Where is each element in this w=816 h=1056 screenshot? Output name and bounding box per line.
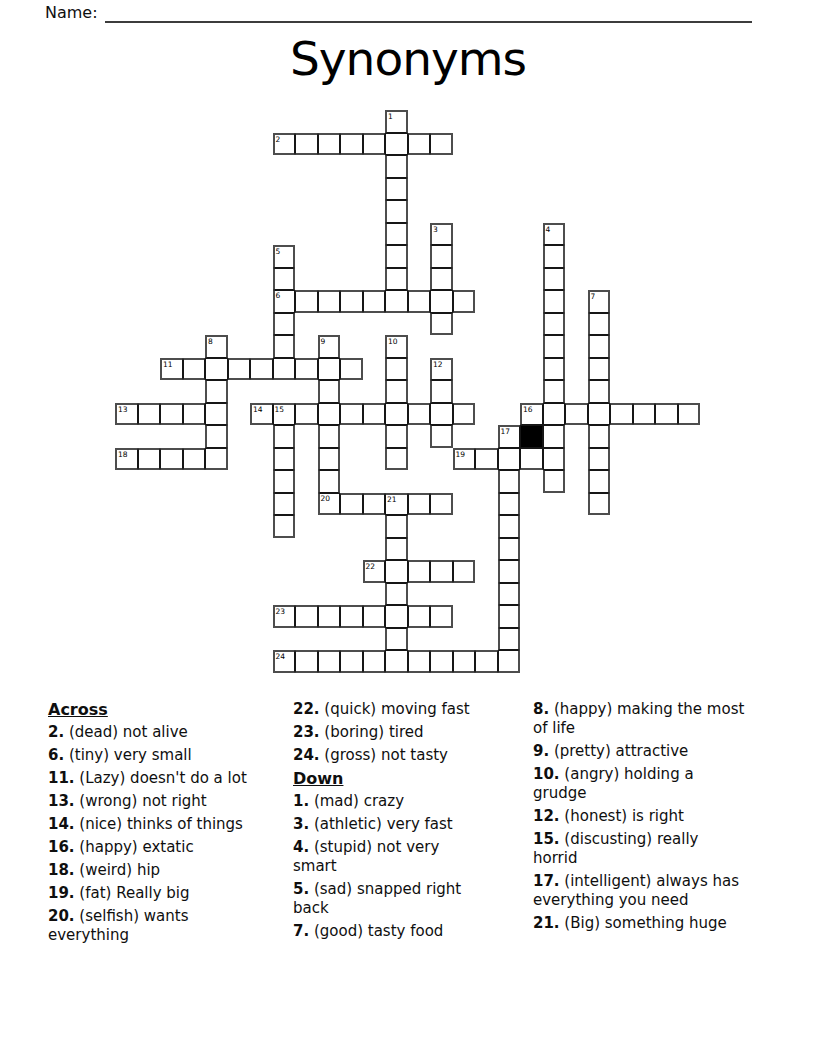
grid-cell[interactable] <box>633 403 656 426</box>
clue-number: 17 <box>501 427 511 436</box>
grid-cell[interactable]: 3 <box>430 223 453 246</box>
grid-cell[interactable] <box>588 448 611 471</box>
grid-cell[interactable] <box>183 403 206 426</box>
grid-cell[interactable] <box>160 403 183 426</box>
grid-cell[interactable] <box>295 133 318 156</box>
grid-cell[interactable]: 8 <box>205 335 228 358</box>
clue-item-16: 16. (happy) extatic <box>48 838 270 857</box>
clue-item-10: 10. (angry) holding a grudge <box>533 765 745 803</box>
clue-number: 21 <box>387 495 397 504</box>
grid-cell[interactable] <box>385 425 408 448</box>
clue-number-label: 16. <box>48 838 75 856</box>
grid-cell[interactable] <box>498 560 521 583</box>
grid-cell[interactable] <box>273 493 296 516</box>
grid-cell[interactable] <box>318 650 341 673</box>
grid-cell[interactable] <box>430 268 453 291</box>
grid-cell[interactable]: 12 <box>430 358 453 381</box>
grid-cell[interactable] <box>588 403 611 426</box>
grid-cell[interactable] <box>318 605 341 628</box>
grid-cell[interactable] <box>205 358 228 381</box>
grid-cell[interactable] <box>453 290 476 313</box>
clue-number-label: 9. <box>533 742 549 760</box>
clue-item-17: 17. (intelligent) always has everything … <box>533 872 745 910</box>
clue-number: 14 <box>253 405 263 414</box>
clue-number-label: 19. <box>48 884 75 902</box>
clue-number-label: 6. <box>48 746 64 764</box>
clue-number-label: 3. <box>293 815 309 833</box>
grid-cell[interactable]: 23 <box>273 605 296 628</box>
clue-item-9: 9. (pretty) attractive <box>533 742 745 761</box>
grid-cell[interactable] <box>318 290 341 313</box>
clue-number: 4 <box>546 225 551 234</box>
grid-cell[interactable] <box>588 380 611 403</box>
worksheet-page: Name: Synonyms 1234567891011121314151617… <box>0 0 816 1056</box>
clue-number: 16 <box>523 405 533 414</box>
grid-cell[interactable] <box>408 493 431 516</box>
clue-item-5: 5. (sad) snapped right back <box>293 880 485 918</box>
grid-cell[interactable]: 18 <box>115 448 138 471</box>
grid-cell[interactable]: 6 <box>273 290 296 313</box>
grid-cell[interactable] <box>183 358 206 381</box>
grid-cell[interactable] <box>295 605 318 628</box>
grid-cell[interactable] <box>295 403 318 426</box>
clue-number: 22 <box>366 562 376 571</box>
clue-item-4: 4. (stupid) not very smart <box>293 838 485 876</box>
clue-number: 8 <box>208 337 213 346</box>
clue-number-label: 24. <box>293 746 320 764</box>
grid-cell[interactable] <box>138 403 161 426</box>
clue-heading-down: Down <box>293 769 485 789</box>
grid-cell[interactable] <box>385 223 408 246</box>
grid-cell[interactable]: 20 <box>318 493 341 516</box>
grid-cell[interactable] <box>498 538 521 561</box>
grid-cell[interactable] <box>138 448 161 471</box>
grid-cell[interactable] <box>295 358 318 381</box>
grid-cell[interactable] <box>273 448 296 471</box>
clue-number: 24 <box>276 652 286 661</box>
name-blank-line[interactable] <box>105 4 752 23</box>
grid-cell[interactable]: 4 <box>543 223 566 246</box>
grid-cell[interactable] <box>318 403 341 426</box>
grid-cell[interactable] <box>408 650 431 673</box>
grid-cell[interactable] <box>318 425 341 448</box>
grid-cell[interactable] <box>475 650 498 673</box>
clue-item-19: 19. (fat) Really big <box>48 884 270 903</box>
clue-item-1: 1. (mad) crazy <box>293 792 485 811</box>
grid-cell[interactable] <box>273 335 296 358</box>
clue-item-8: 8. (happy) making the most of life <box>533 700 745 738</box>
grid-cell[interactable] <box>543 403 566 426</box>
grid-cell[interactable] <box>340 290 363 313</box>
grid-cell[interactable] <box>565 403 588 426</box>
clue-number-label: 17. <box>533 872 560 890</box>
clue-number: 11 <box>163 360 173 369</box>
grid-cell[interactable] <box>430 493 453 516</box>
grid-cell[interactable] <box>430 133 453 156</box>
black-cell <box>520 425 543 448</box>
clue-number: 10 <box>388 337 398 346</box>
grid-cell[interactable] <box>610 403 633 426</box>
clue-number: 5 <box>276 247 281 256</box>
grid-cell[interactable] <box>430 650 453 673</box>
grid-cell[interactable]: 1 <box>385 110 408 133</box>
grid-cell[interactable] <box>340 650 363 673</box>
grid-cell[interactable] <box>430 245 453 268</box>
grid-cell[interactable] <box>498 493 521 516</box>
clue-item-13: 13. (wrong) not right <box>48 792 270 811</box>
clue-item-11: 11. (Lazy) doesn't do a lot <box>48 769 270 788</box>
grid-cell[interactable] <box>363 290 386 313</box>
clue-item-15: 15. (discusting) really horrid <box>533 830 745 868</box>
clue-number-label: 18. <box>48 861 75 879</box>
grid-cell[interactable] <box>385 515 408 538</box>
grid-cell[interactable] <box>543 335 566 358</box>
grid-cell[interactable] <box>588 493 611 516</box>
grid-cell[interactable] <box>363 493 386 516</box>
grid-cell[interactable]: 22 <box>363 560 386 583</box>
grid-cell[interactable] <box>385 538 408 561</box>
grid-cell[interactable] <box>430 380 453 403</box>
grid-cell[interactable] <box>295 650 318 673</box>
clue-number: 6 <box>276 291 281 300</box>
clue-item-3: 3. (athletic) very fast <box>293 815 485 834</box>
clue-number-label: 1. <box>293 792 309 810</box>
grid-cell[interactable] <box>385 245 408 268</box>
grid-cell[interactable] <box>385 178 408 201</box>
grid-cell[interactable] <box>655 403 678 426</box>
clue-number-label: 15. <box>533 830 560 848</box>
grid-cell[interactable] <box>588 335 611 358</box>
grid-cell[interactable]: 14 <box>250 403 273 426</box>
grid-cell[interactable] <box>453 650 476 673</box>
grid-cell[interactable] <box>385 560 408 583</box>
grid-cell[interactable] <box>385 583 408 606</box>
grid-cell[interactable]: 10 <box>385 335 408 358</box>
clue-item-14: 14. (nice) thinks of things <box>48 815 270 834</box>
grid-cell[interactable]: 11 <box>160 358 183 381</box>
grid-cell[interactable] <box>543 425 566 448</box>
clue-number: 9 <box>321 337 326 346</box>
crossword-grid[interactable]: 123456789101112131415161718192021222324 <box>115 110 700 673</box>
clue-number: 3 <box>433 225 438 234</box>
clue-number-label: 14. <box>48 815 75 833</box>
clue-item-7: 7. (good) tasty food <box>293 922 485 941</box>
grid-cell[interactable]: 15 <box>273 403 296 426</box>
grid-cell[interactable] <box>385 403 408 426</box>
grid-cell[interactable] <box>498 448 521 471</box>
grid-cell[interactable]: 7 <box>588 290 611 313</box>
grid-cell[interactable]: 19 <box>453 448 476 471</box>
clue-number-label: 4. <box>293 838 309 856</box>
grid-cell[interactable] <box>543 245 566 268</box>
clue-item-18: 18. (weird) hip <box>48 861 270 880</box>
grid-cell[interactable]: 9 <box>318 335 341 358</box>
grid-cell[interactable] <box>205 425 228 448</box>
clue-number: 2 <box>276 135 281 144</box>
grid-cell[interactable] <box>678 403 701 426</box>
grid-cell[interactable] <box>408 290 431 313</box>
grid-cell[interactable] <box>543 470 566 493</box>
grid-cell[interactable] <box>385 290 408 313</box>
clue-heading-across: Across <box>48 700 270 720</box>
grid-cell[interactable] <box>543 290 566 313</box>
clue-number: 7 <box>591 292 596 301</box>
grid-cell[interactable] <box>498 470 521 493</box>
grid-cell[interactable]: 5 <box>273 245 296 268</box>
clue-number: 1 <box>388 112 393 121</box>
clue-item-24: 24. (gross) not tasty <box>293 746 485 765</box>
clue-item-21: 21. (Big) something huge <box>533 914 745 933</box>
grid-cell[interactable] <box>363 650 386 673</box>
grid-cell[interactable] <box>228 358 251 381</box>
page-title: Synonyms <box>0 31 816 87</box>
grid-cell[interactable] <box>543 313 566 336</box>
grid-cell[interactable] <box>588 313 611 336</box>
grid-cell[interactable] <box>318 380 341 403</box>
name-row: Name: <box>45 3 752 23</box>
grid-cell[interactable] <box>430 313 453 336</box>
clue-number-label: 12. <box>533 807 560 825</box>
grid-cell[interactable] <box>160 448 183 471</box>
grid-cell[interactable] <box>205 448 228 471</box>
grid-cell[interactable] <box>385 200 408 223</box>
grid-cell[interactable] <box>273 268 296 291</box>
grid-cell[interactable] <box>408 605 431 628</box>
clue-item-20: 20. (selfish) wants everything <box>48 907 270 945</box>
grid-cell[interactable] <box>385 605 408 628</box>
grid-cell[interactable] <box>430 560 453 583</box>
grid-cell[interactable] <box>363 605 386 628</box>
grid-cell[interactable] <box>385 650 408 673</box>
grid-cell[interactable] <box>430 425 453 448</box>
clue-column-3: 8. (happy) making the most of life9. (pr… <box>533 700 745 937</box>
grid-cell[interactable] <box>340 358 363 381</box>
clue-item-12: 12. (honest) is right <box>533 807 745 826</box>
grid-cell[interactable] <box>295 290 318 313</box>
grid-cell[interactable] <box>385 628 408 651</box>
grid-cell[interactable] <box>498 628 521 651</box>
grid-cell[interactable] <box>498 650 521 673</box>
grid-cell[interactable] <box>318 358 341 381</box>
grid-cell[interactable] <box>273 313 296 336</box>
clue-number-label: 13. <box>48 792 75 810</box>
clue-number-label: 10. <box>533 765 560 783</box>
clue-item-6: 6. (tiny) very small <box>48 746 270 765</box>
grid-cell[interactable]: 2 <box>273 133 296 156</box>
grid-cell[interactable] <box>430 403 453 426</box>
clue-number: 19 <box>456 450 466 459</box>
grid-cell[interactable] <box>543 380 566 403</box>
grid-cell[interactable] <box>520 448 543 471</box>
clue-number: 15 <box>275 405 285 414</box>
clue-column-2: 22. (quick) moving fast23. (boring) tire… <box>293 700 485 945</box>
clue-number-label: 2. <box>48 723 64 741</box>
clue-item-23: 23. (boring) tired <box>293 723 485 742</box>
grid-cell[interactable] <box>543 358 566 381</box>
grid-cell[interactable] <box>430 605 453 628</box>
clue-number-label: 20. <box>48 907 75 925</box>
grid-cell[interactable] <box>453 560 476 583</box>
clue-number: 12 <box>433 360 443 369</box>
grid-cell[interactable] <box>318 470 341 493</box>
grid-cell[interactable] <box>453 403 476 426</box>
grid-cell[interactable] <box>408 560 431 583</box>
grid-cell[interactable] <box>340 493 363 516</box>
grid-cell[interactable] <box>498 605 521 628</box>
grid-cell[interactable] <box>475 448 498 471</box>
grid-cell[interactable]: 24 <box>273 650 296 673</box>
clue-number-label: 8. <box>533 700 549 718</box>
clue-item-2: 2. (dead) not alive <box>48 723 270 742</box>
grid-cell[interactable] <box>385 358 408 381</box>
grid-cell[interactable] <box>408 403 431 426</box>
clue-number: 13 <box>118 405 128 414</box>
clue-number-label: 11. <box>48 769 75 787</box>
name-label: Name: <box>45 3 98 23</box>
grid-cell[interactable] <box>340 605 363 628</box>
clue-number-label: 23. <box>293 723 320 741</box>
grid-cell[interactable] <box>543 268 566 291</box>
grid-cell[interactable] <box>588 470 611 493</box>
grid-cell[interactable] <box>588 425 611 448</box>
grid-cell[interactable] <box>205 403 228 426</box>
grid-cell[interactable]: 21 <box>385 493 408 516</box>
grid-cell[interactable] <box>318 133 341 156</box>
grid-cell[interactable] <box>385 133 408 156</box>
clue-item-22: 22. (quick) moving fast <box>293 700 485 719</box>
grid-cell[interactable] <box>340 403 363 426</box>
grid-cell[interactable]: 17 <box>498 425 521 448</box>
grid-cell[interactable] <box>183 448 206 471</box>
grid-cell[interactable] <box>385 380 408 403</box>
grid-cell[interactable] <box>273 470 296 493</box>
grid-cell[interactable] <box>385 448 408 471</box>
grid-cell[interactable]: 16 <box>520 403 543 426</box>
clue-number: 18 <box>118 450 128 459</box>
grid-cell[interactable] <box>498 515 521 538</box>
clue-column-1: Across2. (dead) not alive6. (tiny) very … <box>48 700 270 949</box>
grid-cell[interactable] <box>363 133 386 156</box>
grid-cell[interactable] <box>363 403 386 426</box>
grid-cell[interactable] <box>543 448 566 471</box>
grid-cell[interactable] <box>385 155 408 178</box>
clue-number: 20 <box>321 494 331 503</box>
clue-number-label: 22. <box>293 700 320 718</box>
grid-cell[interactable] <box>498 583 521 606</box>
clue-number-label: 5. <box>293 880 309 898</box>
grid-cell[interactable] <box>385 268 408 291</box>
grid-cell[interactable] <box>205 380 228 403</box>
grid-cell[interactable] <box>318 448 341 471</box>
clue-number-label: 21. <box>533 914 560 932</box>
grid-cell[interactable] <box>588 358 611 381</box>
grid-cell[interactable] <box>340 133 363 156</box>
grid-cell[interactable] <box>273 358 296 381</box>
grid-cell[interactable] <box>273 425 296 448</box>
clue-number-label: 7. <box>293 922 309 940</box>
grid-cell[interactable] <box>250 358 273 381</box>
grid-cell[interactable] <box>273 515 296 538</box>
grid-cell[interactable] <box>408 133 431 156</box>
clue-number: 23 <box>276 607 286 616</box>
grid-cell[interactable]: 13 <box>115 403 138 426</box>
grid-cell[interactable] <box>430 290 453 313</box>
